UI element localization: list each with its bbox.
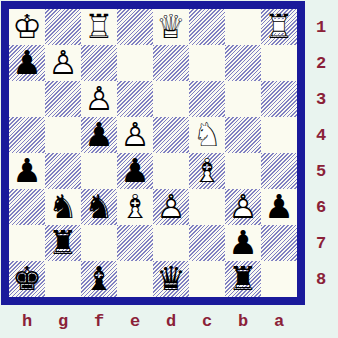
rank-label-5: 5 [316,162,326,181]
square-h6[interactable] [9,189,45,225]
black-queen-icon: ♛ [153,261,189,297]
white-queen-icon: ♛♕ [153,9,189,45]
file-label-d: d [153,312,189,331]
white-knight-icon: ♞♘ [189,117,225,153]
square-e2[interactable] [117,45,153,81]
square-h3[interactable] [9,81,45,117]
square-a5[interactable] [261,153,297,189]
square-f2[interactable] [81,45,117,81]
square-c4[interactable]: ♞♘ [189,117,225,153]
square-c5[interactable]: ♝♗ [189,153,225,189]
square-h4[interactable] [9,117,45,153]
square-b2[interactable] [225,45,261,81]
square-h7[interactable] [9,225,45,261]
rank-label-2: 2 [316,54,326,73]
square-d3[interactable] [153,81,189,117]
square-g8[interactable] [45,261,81,297]
square-d5[interactable] [153,153,189,189]
square-d4[interactable] [153,117,189,153]
black-pawn-icon: ♟ [81,117,117,153]
square-c1[interactable] [189,9,225,45]
file-label-c: c [189,312,225,331]
square-c7[interactable] [189,225,225,261]
square-b7[interactable]: ♟ [225,225,261,261]
square-f6[interactable]: ♞ [81,189,117,225]
square-a7[interactable] [261,225,297,261]
black-rook-icon: ♜ [45,225,81,261]
square-e7[interactable] [117,225,153,261]
square-b3[interactable] [225,81,261,117]
square-d6[interactable]: ♟♙ [153,189,189,225]
square-b4[interactable] [225,117,261,153]
rank-label-8: 8 [316,270,326,289]
board-frame: ♚♔♜♖♛♕♜♖♟♟♙♟♙♟♟♙♞♘♟♟♝♗♞♞♝♗♟♙♟♙♟♜♟♚♝♛♜ [1,1,305,305]
square-a6[interactable]: ♟ [261,189,297,225]
black-knight-icon: ♞ [81,189,117,225]
black-pawn-icon: ♟ [261,189,297,225]
white-bishop-icon: ♝♗ [189,153,225,189]
white-pawn-icon: ♟♙ [225,189,261,225]
black-king-icon: ♚ [9,261,45,297]
black-pawn-icon: ♟ [117,153,153,189]
square-g3[interactable] [45,81,81,117]
square-g1[interactable] [45,9,81,45]
square-a4[interactable] [261,117,297,153]
rank-label-1: 1 [316,18,326,37]
file-label-g: g [45,312,81,331]
square-f5[interactable] [81,153,117,189]
white-pawn-icon: ♟♙ [153,189,189,225]
square-b1[interactable] [225,9,261,45]
white-bishop-icon: ♝♗ [117,189,153,225]
white-pawn-icon: ♟♙ [45,45,81,81]
chess-board: ♚♔♜♖♛♕♜♖♟♟♙♟♙♟♟♙♞♘♟♟♝♗♞♞♝♗♟♙♟♙♟♜♟♚♝♛♜ [9,9,297,297]
file-label-b: b [225,312,261,331]
square-f1[interactable]: ♜♖ [81,9,117,45]
square-f3[interactable]: ♟♙ [81,81,117,117]
square-b8[interactable]: ♜ [225,261,261,297]
rank-label-3: 3 [316,90,326,109]
square-d1[interactable]: ♛♕ [153,9,189,45]
rank-label-7: 7 [316,234,326,253]
square-e5[interactable]: ♟ [117,153,153,189]
black-knight-icon: ♞ [45,189,81,225]
black-pawn-icon: ♟ [9,153,45,189]
white-pawn-icon: ♟♙ [117,117,153,153]
square-e4[interactable]: ♟♙ [117,117,153,153]
black-pawn-icon: ♟ [9,45,45,81]
square-e3[interactable] [117,81,153,117]
square-f8[interactable]: ♝ [81,261,117,297]
square-g4[interactable] [45,117,81,153]
square-b5[interactable] [225,153,261,189]
rank-label-4: 4 [316,126,326,145]
black-bishop-icon: ♝ [81,261,117,297]
square-h1[interactable]: ♚♔ [9,9,45,45]
square-f7[interactable] [81,225,117,261]
square-a3[interactable] [261,81,297,117]
white-king-icon: ♚♔ [9,9,45,45]
square-d2[interactable] [153,45,189,81]
white-pawn-icon: ♟♙ [81,81,117,117]
black-pawn-icon: ♟ [225,225,261,261]
square-e8[interactable] [117,261,153,297]
square-h2[interactable]: ♟ [9,45,45,81]
square-c6[interactable] [189,189,225,225]
black-rook-icon: ♜ [225,261,261,297]
square-g6[interactable]: ♞ [45,189,81,225]
square-h5[interactable]: ♟ [9,153,45,189]
file-label-h: h [9,312,45,331]
square-g5[interactable] [45,153,81,189]
square-c2[interactable] [189,45,225,81]
white-rook-icon: ♜♖ [261,9,297,45]
square-d8[interactable]: ♛ [153,261,189,297]
square-c3[interactable] [189,81,225,117]
square-e1[interactable] [117,9,153,45]
file-label-e: e [117,312,153,331]
rank-label-6: 6 [316,198,326,217]
square-a1[interactable]: ♜♖ [261,9,297,45]
square-g7[interactable]: ♜ [45,225,81,261]
square-b6[interactable]: ♟♙ [225,189,261,225]
white-rook-icon: ♜♖ [81,9,117,45]
file-label-f: f [81,312,117,331]
square-a8[interactable] [261,261,297,297]
square-g2[interactable]: ♟♙ [45,45,81,81]
square-d7[interactable] [153,225,189,261]
square-a2[interactable] [261,45,297,81]
square-e6[interactable]: ♝♗ [117,189,153,225]
rank-labels: 12345678 [306,9,336,297]
file-label-a: a [261,312,297,331]
square-f4[interactable]: ♟ [81,117,117,153]
file-labels: hgfedcba [9,306,297,336]
square-c8[interactable] [189,261,225,297]
square-h8[interactable]: ♚ [9,261,45,297]
